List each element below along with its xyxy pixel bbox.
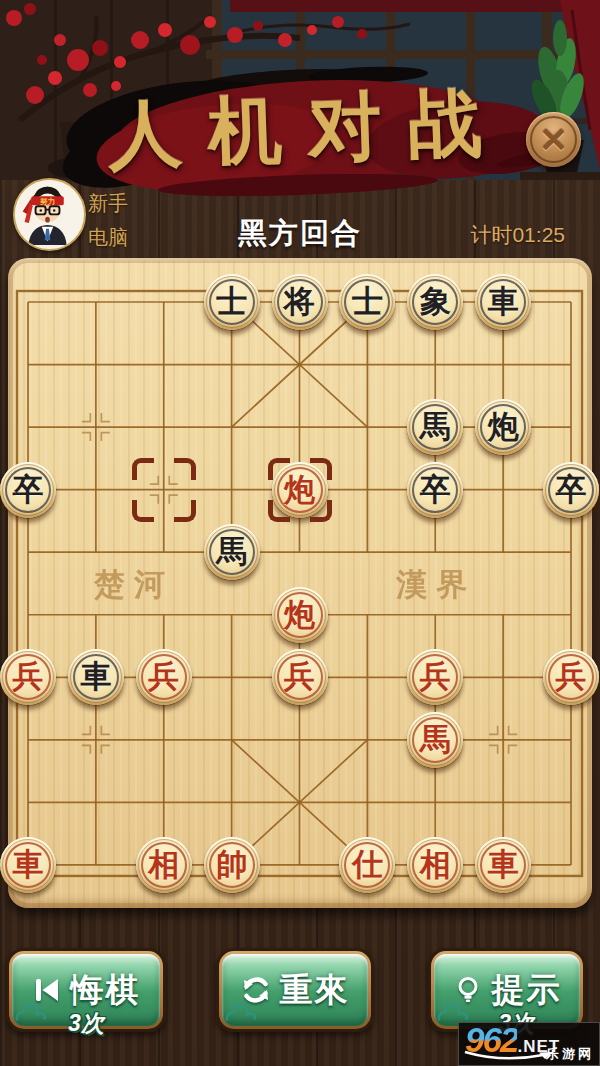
piece-glyph: 兵 bbox=[136, 649, 192, 705]
piece-glyph: 車 bbox=[475, 274, 531, 330]
piece-black-卒[interactable]: 卒 bbox=[0, 462, 56, 518]
piece-glyph: 馬 bbox=[407, 712, 463, 768]
piece-black-炮[interactable]: 炮 bbox=[475, 399, 531, 455]
game-screen: 人机对战 ✕ 努力 新手 电脑 黑方回合 计时01:2 bbox=[0, 0, 600, 1066]
piece-black-馬[interactable]: 馬 bbox=[407, 399, 463, 455]
piece-glyph: 士 bbox=[204, 274, 260, 330]
piece-glyph: 炮 bbox=[272, 587, 328, 643]
restart-label: 重來 bbox=[280, 968, 350, 1013]
piece-black-車[interactable]: 車 bbox=[475, 274, 531, 330]
hint-label: 提示 bbox=[492, 968, 562, 1013]
piece-glyph: 車 bbox=[475, 837, 531, 893]
piece-glyph: 卒 bbox=[543, 462, 599, 518]
piece-black-士[interactable]: 士 bbox=[204, 274, 260, 330]
last-move-from-marker bbox=[132, 458, 196, 522]
piece-red-車[interactable]: 車 bbox=[475, 837, 531, 893]
piece-glyph: 兵 bbox=[407, 649, 463, 705]
piece-glyph: 炮 bbox=[475, 399, 531, 455]
watermark-swoosh bbox=[463, 1049, 555, 1062]
piece-red-炮[interactable]: 炮 bbox=[272, 587, 328, 643]
piece-glyph: 将 bbox=[272, 274, 328, 330]
piece-glyph: 士 bbox=[339, 274, 395, 330]
undo-button[interactable]: 悔棋 3次 bbox=[6, 948, 166, 1032]
piece-glyph: 車 bbox=[0, 837, 56, 893]
piece-glyph: 炮 bbox=[272, 462, 328, 518]
undo-label: 悔棋 bbox=[71, 968, 141, 1013]
piece-red-兵[interactable]: 兵 bbox=[543, 649, 599, 705]
piece-glyph: 馬 bbox=[204, 524, 260, 580]
piece-black-将[interactable]: 将 bbox=[272, 274, 328, 330]
piece-black-車[interactable]: 車 bbox=[68, 649, 124, 705]
piece-black-象[interactable]: 象 bbox=[407, 274, 463, 330]
piece-glyph: 卒 bbox=[407, 462, 463, 518]
restart-button[interactable]: 重來 bbox=[216, 948, 374, 1032]
piece-red-馬[interactable]: 馬 bbox=[407, 712, 463, 768]
cloud-decoration bbox=[225, 1000, 269, 1024]
piece-glyph: 相 bbox=[407, 837, 463, 893]
watermark-site-name: 乐游网 bbox=[546, 1045, 594, 1063]
piece-red-兵[interactable]: 兵 bbox=[0, 649, 56, 705]
site-watermark: 962.NET 乐游网 bbox=[458, 1022, 600, 1066]
piece-red-兵[interactable]: 兵 bbox=[272, 649, 328, 705]
piece-red-相[interactable]: 相 bbox=[407, 837, 463, 893]
piece-red-車[interactable]: 車 bbox=[0, 837, 56, 893]
undo-count-badge: 3次 bbox=[68, 1008, 104, 1039]
piece-red-炮[interactable]: 炮 bbox=[272, 462, 328, 518]
piece-black-卒[interactable]: 卒 bbox=[543, 462, 599, 518]
piece-red-仕[interactable]: 仕 bbox=[339, 837, 395, 893]
piece-black-馬[interactable]: 馬 bbox=[204, 524, 260, 580]
cloud-decoration bbox=[15, 1000, 59, 1024]
piece-red-兵[interactable]: 兵 bbox=[136, 649, 192, 705]
piece-glyph: 相 bbox=[136, 837, 192, 893]
piece-glyph: 車 bbox=[68, 649, 124, 705]
piece-red-帥[interactable]: 帥 bbox=[204, 837, 260, 893]
piece-glyph: 兵 bbox=[0, 649, 56, 705]
piece-red-兵[interactable]: 兵 bbox=[407, 649, 463, 705]
pieces-layer: 士将士象車馬炮卒炮卒卒馬炮兵車兵兵兵兵馬車相帥仕相車 bbox=[0, 0, 600, 1066]
piece-glyph: 兵 bbox=[543, 649, 599, 705]
piece-black-卒[interactable]: 卒 bbox=[407, 462, 463, 518]
piece-red-相[interactable]: 相 bbox=[136, 837, 192, 893]
piece-glyph: 兵 bbox=[272, 649, 328, 705]
piece-black-士[interactable]: 士 bbox=[339, 274, 395, 330]
piece-glyph: 仕 bbox=[339, 837, 395, 893]
piece-glyph: 帥 bbox=[204, 837, 260, 893]
piece-glyph: 象 bbox=[407, 274, 463, 330]
piece-glyph: 馬 bbox=[407, 399, 463, 455]
piece-glyph: 卒 bbox=[0, 462, 56, 518]
